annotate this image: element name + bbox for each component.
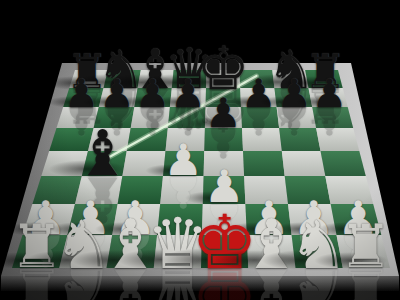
piece-white-rook-h1[interactable]: ♜♜ <box>300 217 400 300</box>
pawn-glyph: ♟ <box>179 93 269 134</box>
pawn-glyph: ♟ <box>286 74 373 113</box>
square-g4[interactable] <box>282 151 326 176</box>
chessboard-3d-scene: ♜♜♞♞♝♝♛♛♚♚♞♞♜♜♟♟♟♟♟♟♟♟♟♟♟♟♟♟♟♟♝♝♟♟♟♟♟♟♟♟… <box>0 0 400 300</box>
piece-black-pawn-h7[interactable]: ♟♟ <box>286 74 373 141</box>
square-h4[interactable] <box>321 151 366 176</box>
rook-glyph: ♜ <box>300 217 400 277</box>
